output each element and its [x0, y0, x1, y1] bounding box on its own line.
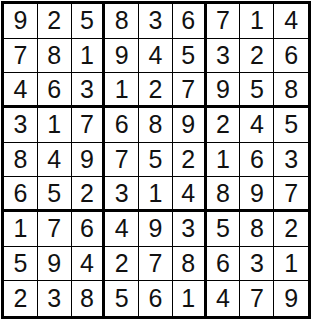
cell-r6c2[interactable]: 5 — [38, 177, 72, 212]
cell-r6c4[interactable]: 3 — [105, 177, 139, 212]
cell-r2c7[interactable]: 3 — [207, 39, 241, 74]
cell-r8c8[interactable]: 3 — [240, 247, 274, 282]
cell-r1c3[interactable]: 5 — [72, 4, 106, 39]
cell-r1c8[interactable]: 1 — [240, 4, 274, 39]
cell-r7c7[interactable]: 5 — [207, 212, 241, 247]
cell-r5c5[interactable]: 5 — [139, 143, 173, 178]
cell-r2c5[interactable]: 4 — [139, 39, 173, 74]
cell-r2c2[interactable]: 8 — [38, 39, 72, 74]
cell-r2c3[interactable]: 1 — [72, 39, 106, 74]
cell-r9c8[interactable]: 7 — [240, 281, 274, 316]
cell-r7c4[interactable]: 4 — [105, 212, 139, 247]
sudoku-board: 9258367147819453264631279583176892458497… — [1, 1, 311, 319]
cell-r4c9[interactable]: 5 — [274, 108, 308, 143]
cell-r9c9[interactable]: 9 — [274, 281, 308, 316]
cell-r6c1[interactable]: 6 — [4, 177, 38, 212]
cell-r9c7[interactable]: 4 — [207, 281, 241, 316]
cell-r3c9[interactable]: 8 — [274, 73, 308, 108]
cell-r1c9[interactable]: 4 — [274, 4, 308, 39]
cell-r9c4[interactable]: 5 — [105, 281, 139, 316]
cell-r4c5[interactable]: 8 — [139, 108, 173, 143]
cell-r5c6[interactable]: 2 — [173, 143, 207, 178]
cell-r1c5[interactable]: 3 — [139, 4, 173, 39]
cell-r4c8[interactable]: 4 — [240, 108, 274, 143]
cell-r6c9[interactable]: 7 — [274, 177, 308, 212]
cell-r1c4[interactable]: 8 — [105, 4, 139, 39]
cell-r9c2[interactable]: 3 — [38, 281, 72, 316]
cell-r2c6[interactable]: 5 — [173, 39, 207, 74]
cell-r5c9[interactable]: 3 — [274, 143, 308, 178]
cell-r4c4[interactable]: 6 — [105, 108, 139, 143]
cell-r7c8[interactable]: 8 — [240, 212, 274, 247]
cell-r6c5[interactable]: 1 — [139, 177, 173, 212]
cell-r4c7[interactable]: 2 — [207, 108, 241, 143]
cell-r1c6[interactable]: 6 — [173, 4, 207, 39]
cell-r6c6[interactable]: 4 — [173, 177, 207, 212]
cell-r9c3[interactable]: 8 — [72, 281, 106, 316]
cell-r7c5[interactable]: 9 — [139, 212, 173, 247]
cell-r4c1[interactable]: 3 — [4, 108, 38, 143]
cell-r5c7[interactable]: 1 — [207, 143, 241, 178]
cell-r9c6[interactable]: 1 — [173, 281, 207, 316]
cell-r3c7[interactable]: 9 — [207, 73, 241, 108]
cell-r5c2[interactable]: 4 — [38, 143, 72, 178]
cell-r4c6[interactable]: 9 — [173, 108, 207, 143]
cell-r7c6[interactable]: 3 — [173, 212, 207, 247]
cell-r8c2[interactable]: 9 — [38, 247, 72, 282]
cell-r5c8[interactable]: 6 — [240, 143, 274, 178]
cell-r1c7[interactable]: 7 — [207, 4, 241, 39]
cell-r1c2[interactable]: 2 — [38, 4, 72, 39]
cell-r8c5[interactable]: 7 — [139, 247, 173, 282]
cell-r3c5[interactable]: 2 — [139, 73, 173, 108]
cell-r1c1[interactable]: 9 — [4, 4, 38, 39]
cell-r8c3[interactable]: 4 — [72, 247, 106, 282]
cell-r5c1[interactable]: 8 — [4, 143, 38, 178]
cell-r6c7[interactable]: 8 — [207, 177, 241, 212]
cell-r2c8[interactable]: 2 — [240, 39, 274, 74]
cell-r7c1[interactable]: 1 — [4, 212, 38, 247]
cell-r8c4[interactable]: 2 — [105, 247, 139, 282]
cell-r9c1[interactable]: 2 — [4, 281, 38, 316]
cell-r8c6[interactable]: 8 — [173, 247, 207, 282]
cell-r3c4[interactable]: 1 — [105, 73, 139, 108]
cell-r6c3[interactable]: 2 — [72, 177, 106, 212]
cell-r5c4[interactable]: 7 — [105, 143, 139, 178]
cell-r7c9[interactable]: 2 — [274, 212, 308, 247]
cell-r5c3[interactable]: 9 — [72, 143, 106, 178]
cell-r2c1[interactable]: 7 — [4, 39, 38, 74]
cell-r2c9[interactable]: 6 — [274, 39, 308, 74]
cell-r3c3[interactable]: 3 — [72, 73, 106, 108]
cell-r8c7[interactable]: 6 — [207, 247, 241, 282]
cell-r9c5[interactable]: 6 — [139, 281, 173, 316]
cell-r8c1[interactable]: 5 — [4, 247, 38, 282]
cell-r3c1[interactable]: 4 — [4, 73, 38, 108]
cell-r3c8[interactable]: 5 — [240, 73, 274, 108]
cell-r7c2[interactable]: 7 — [38, 212, 72, 247]
cell-r3c2[interactable]: 6 — [38, 73, 72, 108]
cell-r3c6[interactable]: 7 — [173, 73, 207, 108]
cell-r6c8[interactable]: 9 — [240, 177, 274, 212]
cell-r2c4[interactable]: 9 — [105, 39, 139, 74]
cell-r7c3[interactable]: 6 — [72, 212, 106, 247]
cell-r4c2[interactable]: 1 — [38, 108, 72, 143]
cell-r8c9[interactable]: 1 — [274, 247, 308, 282]
cell-r4c3[interactable]: 7 — [72, 108, 106, 143]
